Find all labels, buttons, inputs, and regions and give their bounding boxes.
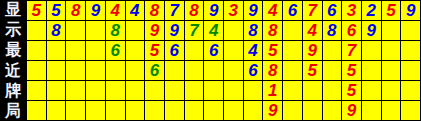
board-cell: 8 bbox=[323, 21, 342, 40]
board-digit: 5 bbox=[150, 42, 159, 59]
board-cell: 8 bbox=[47, 21, 66, 40]
board-digit: 5 bbox=[268, 42, 277, 59]
board-cell: 5 bbox=[263, 41, 282, 60]
label-char: 近 bbox=[5, 61, 21, 81]
board-cell bbox=[47, 81, 66, 100]
board-digit: 6 bbox=[209, 42, 218, 59]
board-cell: 5 bbox=[47, 1, 66, 20]
board-cell bbox=[323, 61, 342, 80]
board-cell bbox=[27, 61, 46, 80]
board-cell bbox=[126, 61, 145, 80]
board-cell: 9 bbox=[263, 101, 282, 120]
board-cell bbox=[126, 41, 145, 60]
board-digit: 8 bbox=[51, 22, 60, 39]
label-char: 局 bbox=[5, 101, 21, 121]
board-digit: 3 bbox=[229, 2, 238, 19]
board-cell bbox=[66, 61, 85, 80]
board-cell: 9 bbox=[204, 1, 223, 20]
board-digit: 4 bbox=[110, 2, 119, 19]
board-cell bbox=[323, 41, 342, 60]
board-cell bbox=[283, 21, 302, 40]
board-cell: 7 bbox=[342, 41, 361, 60]
board-cell bbox=[106, 61, 125, 80]
board-cell: 1 bbox=[263, 81, 282, 100]
label-char: 显 bbox=[5, 0, 21, 20]
recent-rounds-board: 显示最近牌局 558944878939467632598899748848696… bbox=[0, 0, 421, 121]
board-digit: 4 bbox=[268, 2, 277, 19]
board-cell bbox=[362, 101, 381, 120]
board-cell: 5 bbox=[27, 1, 46, 20]
board-digit: 7 bbox=[189, 22, 198, 39]
board-digit: 6 bbox=[248, 62, 257, 79]
board-digit: 2 bbox=[367, 2, 376, 19]
board-cell: 3 bbox=[224, 1, 243, 20]
number-grid: 5589448789394676325988997488486965664597… bbox=[26, 0, 421, 121]
board-cell: 5 bbox=[303, 61, 322, 80]
board-cell bbox=[244, 101, 263, 120]
board-cell: 3 bbox=[342, 1, 361, 20]
board-digit: 4 bbox=[130, 2, 139, 19]
board-digit: 6 bbox=[288, 2, 297, 19]
board-cell bbox=[27, 81, 46, 100]
board-digit: 5 bbox=[347, 82, 356, 99]
board-cell: 4 bbox=[106, 1, 125, 20]
board-cell bbox=[165, 101, 184, 120]
board-cell bbox=[244, 81, 263, 100]
board-cell bbox=[283, 81, 302, 100]
board-cell bbox=[66, 41, 85, 60]
board-cell: 6 bbox=[165, 41, 184, 60]
board-cell bbox=[27, 41, 46, 60]
board-cell: 9 bbox=[165, 21, 184, 40]
board-cell bbox=[47, 61, 66, 80]
board-digit: 5 bbox=[307, 62, 316, 79]
board-cell: 7 bbox=[165, 1, 184, 20]
board-cell bbox=[27, 101, 46, 120]
board-digit: 3 bbox=[347, 2, 356, 19]
label-char: 示 bbox=[5, 20, 21, 40]
board-cell bbox=[204, 101, 223, 120]
board-digit: 4 bbox=[209, 22, 218, 39]
board-digit: 9 bbox=[406, 2, 415, 19]
board-digit: 8 bbox=[189, 2, 198, 19]
board-cell bbox=[401, 81, 420, 100]
board-cell: 5 bbox=[145, 41, 164, 60]
board-cell: 4 bbox=[303, 21, 322, 40]
board-digit: 8 bbox=[327, 22, 336, 39]
board-cell bbox=[382, 61, 401, 80]
board-digit: 6 bbox=[110, 42, 119, 59]
board-digit: 7 bbox=[347, 42, 356, 59]
board-digit: 9 bbox=[307, 42, 316, 59]
board-cell bbox=[185, 61, 204, 80]
label-char: 最 bbox=[5, 40, 21, 60]
board-cell: 4 bbox=[244, 41, 263, 60]
board-cell bbox=[66, 21, 85, 40]
board-cell bbox=[362, 41, 381, 60]
board-cell bbox=[401, 41, 420, 60]
board-digit: 9 bbox=[150, 22, 159, 39]
board-cell bbox=[362, 81, 381, 100]
board-digit: 6 bbox=[150, 62, 159, 79]
board-cell bbox=[126, 81, 145, 100]
board-digit: 9 bbox=[248, 2, 257, 19]
board-digit: 7 bbox=[170, 2, 179, 19]
board-cell: 9 bbox=[342, 101, 361, 120]
board-cell bbox=[106, 101, 125, 120]
board-digit: 6 bbox=[347, 22, 356, 39]
board-cell bbox=[86, 101, 105, 120]
board-cell: 5 bbox=[342, 61, 361, 80]
board-cell bbox=[165, 81, 184, 100]
board-cell: 7 bbox=[185, 21, 204, 40]
board-cell bbox=[401, 101, 420, 120]
board-cell bbox=[86, 61, 105, 80]
board-cell: 8 bbox=[244, 21, 263, 40]
board-cell: 9 bbox=[244, 1, 263, 20]
board-cell: 2 bbox=[362, 1, 381, 20]
board-digit: 9 bbox=[268, 102, 277, 119]
board-cell: 4 bbox=[204, 21, 223, 40]
board-digit: 8 bbox=[268, 22, 277, 39]
board-cell bbox=[401, 61, 420, 80]
board-digit: 8 bbox=[268, 62, 277, 79]
board-cell: 6 bbox=[283, 1, 302, 20]
board-cell bbox=[185, 101, 204, 120]
board-digit: 9 bbox=[209, 2, 218, 19]
board-cell bbox=[126, 21, 145, 40]
board-cell: 9 bbox=[401, 1, 420, 20]
board-cell bbox=[303, 101, 322, 120]
board-cell bbox=[86, 41, 105, 60]
board-cell: 5 bbox=[342, 81, 361, 100]
board-digit: 5 bbox=[32, 2, 41, 19]
board-cell bbox=[303, 81, 322, 100]
board-cell bbox=[382, 101, 401, 120]
board-cell bbox=[382, 81, 401, 100]
board-cell bbox=[382, 21, 401, 40]
board-digit: 7 bbox=[307, 2, 316, 19]
board-cell: 9 bbox=[303, 41, 322, 60]
board-cell bbox=[66, 101, 85, 120]
board-cell: 6 bbox=[145, 61, 164, 80]
board-cell bbox=[47, 101, 66, 120]
board-cell bbox=[145, 81, 164, 100]
board-cell bbox=[204, 81, 223, 100]
board-digit: 4 bbox=[307, 22, 316, 39]
board-cell: 6 bbox=[244, 61, 263, 80]
board-digit: 8 bbox=[110, 22, 119, 39]
board-cell: 4 bbox=[126, 1, 145, 20]
board-digit: 9 bbox=[91, 2, 100, 19]
board-cell: 6 bbox=[323, 1, 342, 20]
board-cell bbox=[224, 81, 243, 100]
board-cell: 6 bbox=[342, 21, 361, 40]
board-cell bbox=[323, 101, 342, 120]
board-cell: 9 bbox=[362, 21, 381, 40]
board-cell bbox=[401, 21, 420, 40]
board-digit: 6 bbox=[327, 2, 336, 19]
board-cell bbox=[66, 81, 85, 100]
board-cell: 7 bbox=[303, 1, 322, 20]
board-digit: 5 bbox=[347, 62, 356, 79]
board-cell bbox=[323, 81, 342, 100]
board-digit: 8 bbox=[150, 2, 159, 19]
board-cell bbox=[185, 41, 204, 60]
board-cell bbox=[224, 101, 243, 120]
board-cell bbox=[224, 21, 243, 40]
board-cell bbox=[283, 41, 302, 60]
label-char: 牌 bbox=[5, 81, 21, 101]
board-cell: 8 bbox=[66, 1, 85, 20]
board-cell bbox=[86, 81, 105, 100]
board-cell bbox=[362, 61, 381, 80]
board-cell bbox=[185, 81, 204, 100]
board-cell: 9 bbox=[86, 1, 105, 20]
board-cell bbox=[27, 21, 46, 40]
board-digit: 5 bbox=[51, 2, 60, 19]
board-cell: 6 bbox=[204, 41, 223, 60]
board-cell bbox=[382, 41, 401, 60]
board-digit: 4 bbox=[248, 42, 257, 59]
board-cell bbox=[126, 101, 145, 120]
board-digit: 9 bbox=[347, 102, 356, 119]
board-digit: 8 bbox=[248, 22, 257, 39]
board-cell: 8 bbox=[106, 21, 125, 40]
board-cell: 6 bbox=[106, 41, 125, 60]
board-cell bbox=[106, 81, 125, 100]
board-digit: 1 bbox=[268, 82, 277, 99]
board-cell bbox=[145, 101, 164, 120]
board-title-vertical: 显示最近牌局 bbox=[0, 0, 26, 121]
board-digit: 6 bbox=[170, 42, 179, 59]
board-cell bbox=[224, 41, 243, 60]
board-cell bbox=[165, 61, 184, 80]
board-digit: 5 bbox=[386, 2, 395, 19]
board-cell bbox=[224, 61, 243, 80]
board-cell: 9 bbox=[145, 21, 164, 40]
board-cell: 8 bbox=[145, 1, 164, 20]
board-cell: 5 bbox=[382, 1, 401, 20]
board-cell bbox=[47, 41, 66, 60]
board-cell: 4 bbox=[263, 1, 282, 20]
board-cell bbox=[86, 21, 105, 40]
board-cell: 8 bbox=[263, 21, 282, 40]
board-digit: 8 bbox=[71, 2, 80, 19]
board-cell: 8 bbox=[185, 1, 204, 20]
board-digit: 9 bbox=[367, 22, 376, 39]
board-cell bbox=[204, 61, 223, 80]
board-digit: 9 bbox=[170, 22, 179, 39]
board-cell bbox=[283, 101, 302, 120]
board-cell bbox=[283, 61, 302, 80]
board-cell: 8 bbox=[263, 61, 282, 80]
